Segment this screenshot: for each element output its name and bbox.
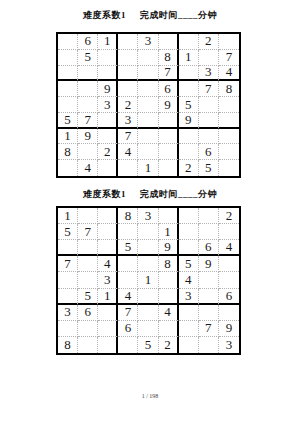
cell-r1c3 (98, 208, 118, 224)
cell-r8c2 (78, 144, 98, 160)
cell-r9c5: 5 (138, 337, 158, 353)
cell-r4c9: 8 (219, 81, 239, 97)
cell-r6c6 (159, 113, 179, 129)
cell-r6c2: 5 (78, 289, 98, 305)
worksheet-page: 难度系数1完成时间____分钟 613258177349678329557391… (0, 0, 300, 424)
cell-r2c4 (118, 50, 138, 66)
cell-r6c9: 6 (219, 289, 239, 305)
cell-r1c1 (58, 34, 78, 50)
cell-r3c9: 4 (219, 240, 239, 256)
cell-r9c4 (118, 337, 138, 353)
cell-r5c8 (199, 97, 219, 113)
cell-r4c8: 7 (199, 81, 219, 97)
cell-r6c3 (98, 113, 118, 129)
cell-r8c2 (78, 321, 98, 337)
cell-r4c8: 9 (199, 256, 219, 272)
cell-r4c7 (179, 81, 199, 97)
cell-r8c6 (159, 321, 179, 337)
cell-r6c5 (138, 289, 158, 305)
cell-r1c2: 6 (78, 34, 98, 50)
cell-r6c5 (138, 113, 158, 129)
cell-r7c3 (98, 305, 118, 321)
sudoku-board-1: 6132581773496783295573919782464125 (56, 32, 241, 178)
cell-r3c6: 7 (159, 66, 179, 82)
cell-r1c4: 8 (118, 208, 138, 224)
cell-r2c7: 1 (179, 50, 199, 66)
cell-r5c1 (58, 97, 78, 113)
cell-r4c2 (78, 81, 98, 97)
cell-r3c1 (58, 66, 78, 82)
cell-r5c5 (138, 97, 158, 113)
cell-r2c7 (179, 224, 199, 240)
cell-r5c9 (219, 272, 239, 288)
cell-r3c2 (78, 66, 98, 82)
cell-r2c3 (98, 224, 118, 240)
cell-r3c1 (58, 240, 78, 256)
cell-r4c1: 7 (58, 256, 78, 272)
cell-r9c2 (78, 337, 98, 353)
cell-r5c2 (78, 272, 98, 288)
cell-r1c9: 2 (219, 208, 239, 224)
cell-r8c9: 9 (219, 321, 239, 337)
cell-r2c4 (118, 224, 138, 240)
cell-r1c7 (179, 208, 199, 224)
cell-r8c3 (98, 321, 118, 337)
cell-r2c1: 5 (58, 224, 78, 240)
cell-r5c9 (219, 97, 239, 113)
cell-r2c5 (138, 50, 158, 66)
cell-r8c9 (219, 144, 239, 160)
cell-r5c2 (78, 97, 98, 113)
cell-r1c6 (159, 208, 179, 224)
puzzle-1-header: 难度系数1完成时间____分钟 (0, 9, 300, 22)
cell-r4c7: 5 (179, 256, 199, 272)
cell-r6c8 (199, 289, 219, 305)
cell-r5c7: 4 (179, 272, 199, 288)
cell-r2c2: 5 (78, 50, 98, 66)
cell-r7c8 (199, 305, 219, 321)
cell-r8c4: 4 (118, 144, 138, 160)
cell-r7c1: 3 (58, 305, 78, 321)
cell-r3c6: 9 (159, 240, 179, 256)
cell-r4c9 (219, 256, 239, 272)
cell-r6c4: 4 (118, 289, 138, 305)
cell-r7c2: 9 (78, 129, 98, 145)
page-number: 1 / 198 (0, 393, 300, 399)
cell-r8c1: 8 (58, 144, 78, 160)
cell-r2c8 (199, 224, 219, 240)
cell-r2c9: 7 (219, 50, 239, 66)
cell-r7c5 (138, 305, 158, 321)
cell-r3c7 (179, 66, 199, 82)
cell-r3c3 (98, 66, 118, 82)
cell-r9c6 (159, 160, 179, 176)
cell-r9c9 (219, 160, 239, 176)
cell-r6c6 (159, 289, 179, 305)
cell-r1c9 (219, 34, 239, 50)
cell-r6c9 (219, 113, 239, 129)
cell-r7c3 (98, 129, 118, 145)
cell-r9c5: 1 (138, 160, 158, 176)
cell-r2c6: 8 (159, 50, 179, 66)
cell-r2c3 (98, 50, 118, 66)
cell-r1c7 (179, 34, 199, 50)
cell-r4c5 (138, 81, 158, 97)
cell-r2c6: 1 (159, 224, 179, 240)
cell-r4c4 (118, 256, 138, 272)
cell-r6c8 (199, 113, 219, 129)
cell-r6c4: 3 (118, 113, 138, 129)
cell-r8c3: 2 (98, 144, 118, 160)
cell-r4c6: 6 (159, 81, 179, 97)
cell-r8c8: 6 (199, 144, 219, 160)
cell-r1c8: 2 (199, 34, 219, 50)
cell-r2c1 (58, 50, 78, 66)
cell-r2c5 (138, 224, 158, 240)
cell-r8c1 (58, 321, 78, 337)
cell-r5c4: 2 (118, 97, 138, 113)
cell-r8c4: 6 (118, 321, 138, 337)
cell-r3c7 (179, 240, 199, 256)
cell-r5c6 (159, 272, 179, 288)
cell-r4c4 (118, 81, 138, 97)
cell-r8c7 (179, 144, 199, 160)
cell-r9c8: 5 (199, 160, 219, 176)
cell-r8c5 (138, 321, 158, 337)
cell-r9c7 (179, 337, 199, 353)
cell-r9c3 (98, 160, 118, 176)
cell-r6c7: 3 (179, 289, 199, 305)
cell-r4c3: 4 (98, 256, 118, 272)
cell-r3c2 (78, 240, 98, 256)
cell-r1c3: 1 (98, 34, 118, 50)
cell-r6c3: 1 (98, 289, 118, 305)
cell-r6c7: 9 (179, 113, 199, 129)
puzzle-1-difficulty-label: 难度系数1 (83, 10, 126, 20)
cell-r3c3 (98, 240, 118, 256)
cell-r9c8 (199, 337, 219, 353)
cell-r5c6: 9 (159, 97, 179, 113)
cell-r4c6: 8 (159, 256, 179, 272)
cell-r1c8 (199, 208, 219, 224)
cell-r7c6: 4 (159, 305, 179, 321)
cell-r7c5 (138, 129, 158, 145)
cell-r7c7 (179, 129, 199, 145)
cell-r3c8: 6 (199, 240, 219, 256)
cell-r1c6 (159, 34, 179, 50)
cell-r3c8: 3 (199, 66, 219, 82)
cell-r2c2: 7 (78, 224, 98, 240)
puzzle-2-difficulty-label: 难度系数1 (83, 189, 126, 199)
cell-r3c9: 4 (219, 66, 239, 82)
cell-r7c6 (159, 129, 179, 145)
cell-r1c5: 3 (138, 208, 158, 224)
cell-r6c2: 7 (78, 113, 98, 129)
cell-r7c8 (199, 129, 219, 145)
cell-r1c5: 3 (138, 34, 158, 50)
sudoku-board-2: 18325715964748593145143636746798523 (56, 206, 241, 355)
cell-r9c9: 3 (219, 337, 239, 353)
cell-r1c2 (78, 208, 98, 224)
cell-r9c7: 2 (179, 160, 199, 176)
cell-r3c4: 5 (118, 240, 138, 256)
cell-r3c5 (138, 66, 158, 82)
cell-r8c7 (179, 321, 199, 337)
cell-r6c1: 5 (58, 113, 78, 129)
cell-r9c1 (58, 160, 78, 176)
cell-r1c1: 1 (58, 208, 78, 224)
puzzle-2-header: 难度系数1完成时间____分钟 (0, 188, 300, 201)
cell-r7c4: 7 (118, 305, 138, 321)
cell-r4c5 (138, 256, 158, 272)
cell-r2c8 (199, 50, 219, 66)
cell-r5c1 (58, 272, 78, 288)
cell-r5c4 (118, 272, 138, 288)
puzzle-1-time-label: 完成时间____分钟 (140, 10, 217, 20)
cell-r8c5 (138, 144, 158, 160)
cell-r7c7 (179, 305, 199, 321)
cell-r9c6: 2 (159, 337, 179, 353)
cell-r7c4: 7 (118, 129, 138, 145)
cell-r4c3: 9 (98, 81, 118, 97)
cell-r5c3: 3 (98, 272, 118, 288)
cell-r7c9 (219, 129, 239, 145)
puzzle-2-time-label: 完成时间____分钟 (140, 189, 217, 199)
cell-r7c9 (219, 305, 239, 321)
cell-r6c1 (58, 289, 78, 305)
cell-r5c5: 1 (138, 272, 158, 288)
cell-r5c7: 5 (179, 97, 199, 113)
cell-r7c2: 6 (78, 305, 98, 321)
cell-r5c8 (199, 272, 219, 288)
cell-r8c6 (159, 144, 179, 160)
cell-r9c2: 4 (78, 160, 98, 176)
cell-r9c3 (98, 337, 118, 353)
cell-r2c9 (219, 224, 239, 240)
cell-r8c8: 7 (199, 321, 219, 337)
cell-r7c1: 1 (58, 129, 78, 145)
cell-r9c4 (118, 160, 138, 176)
cell-r9c1: 8 (58, 337, 78, 353)
cell-r4c2 (78, 256, 98, 272)
cell-r3c5 (138, 240, 158, 256)
cell-r1c4 (118, 34, 138, 50)
cell-r3c4 (118, 66, 138, 82)
cell-r4c1 (58, 81, 78, 97)
cell-r5c3: 3 (98, 97, 118, 113)
